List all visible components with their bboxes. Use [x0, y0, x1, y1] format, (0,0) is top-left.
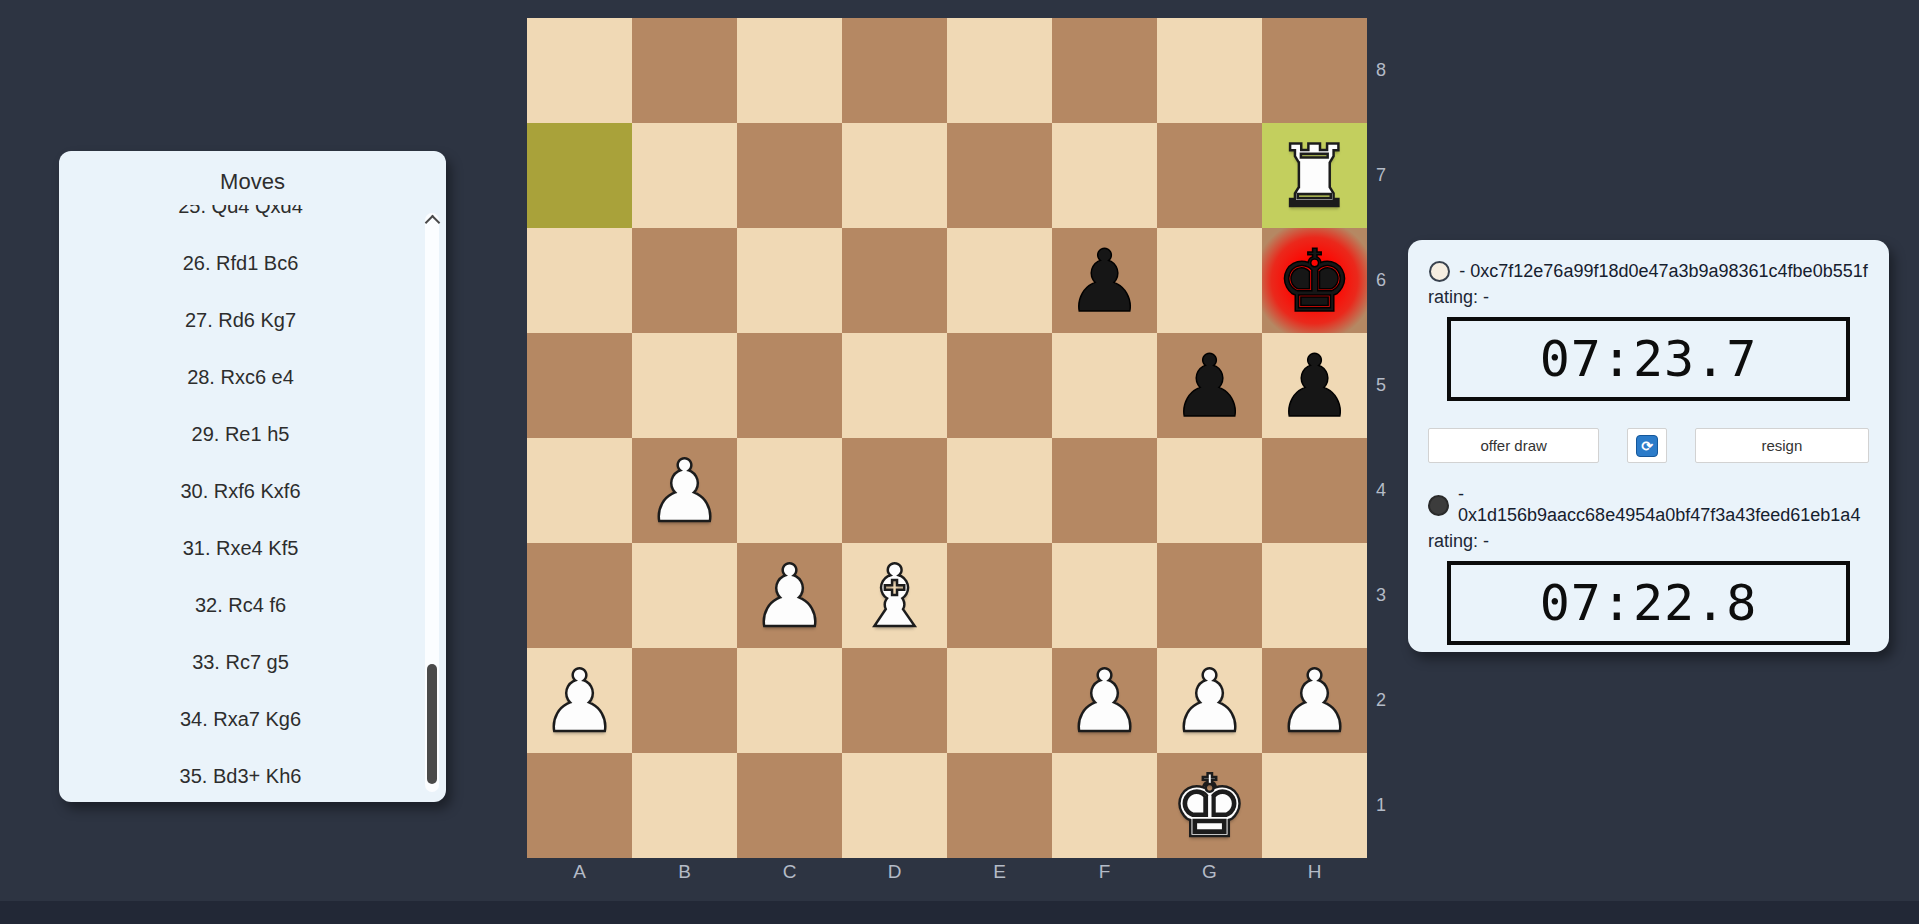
- white-player-row: - 0xc7f12e76a99f18d0e47a3b9a98361c4fbe0b…: [1428, 261, 1869, 282]
- black-player-row: - 0x1d156b9aacc68e4954a0bf47f3a43feed61e…: [1428, 484, 1869, 526]
- square-d1[interactable]: [842, 753, 947, 858]
- white-pawn[interactable]: ♟: [646, 448, 723, 534]
- square-b2[interactable]: [632, 648, 737, 753]
- square-g8[interactable]: [1157, 18, 1262, 123]
- square-g1[interactable]: ♚: [1157, 753, 1262, 858]
- square-f7[interactable]: [1052, 123, 1157, 228]
- move-row[interactable]: 26. Rfd1 Bc6: [67, 235, 414, 292]
- square-c3[interactable]: ♟: [737, 543, 842, 648]
- white-pawn[interactable]: ♟: [1171, 658, 1248, 744]
- white-pawn[interactable]: ♟: [751, 553, 828, 639]
- square-e8[interactable]: [947, 18, 1052, 123]
- square-f4[interactable]: [1052, 438, 1157, 543]
- file-label-d: D: [842, 858, 947, 886]
- white-king[interactable]: ♚: [1171, 763, 1248, 849]
- square-f1[interactable]: [1052, 753, 1157, 858]
- moves-panel: Moves 25. Qd4 Qxd426. Rfd1 Bc627. Rd6 Kg…: [59, 151, 446, 802]
- rank-label-8: 8: [1372, 18, 1398, 123]
- file-label-c: C: [737, 858, 842, 886]
- game-panel: - 0xc7f12e76a99f18d0e47a3b9a98361c4fbe0b…: [1408, 240, 1889, 652]
- square-a7[interactable]: [527, 123, 632, 228]
- window-bottom-edge: [0, 901, 1919, 924]
- white-pawn[interactable]: ♟: [541, 658, 618, 744]
- square-b5[interactable]: [632, 333, 737, 438]
- square-b8[interactable]: [632, 18, 737, 123]
- square-c1[interactable]: [737, 753, 842, 858]
- moves-panel-title: Moves: [59, 151, 446, 195]
- square-g3[interactable]: [1157, 543, 1262, 648]
- rank-label-3: 3: [1372, 543, 1398, 648]
- file-labels: ABCDEFGH: [527, 858, 1367, 886]
- square-a3[interactable]: [527, 543, 632, 648]
- square-d3[interactable]: ♝: [842, 543, 947, 648]
- move-row[interactable]: 34. Rxa7 Kg6: [67, 691, 414, 748]
- square-f6[interactable]: ♟: [1052, 228, 1157, 333]
- white-player-address: - 0xc7f12e76a99f18d0e47a3b9a98361c4fbe0b…: [1459, 261, 1867, 282]
- sync-icon: ⟳: [1636, 435, 1658, 457]
- square-e3[interactable]: [947, 543, 1052, 648]
- rank-label-4: 4: [1372, 438, 1398, 543]
- white-clock: 07:23.7: [1447, 317, 1850, 401]
- file-label-b: B: [632, 858, 737, 886]
- square-h6[interactable]: ♚: [1262, 228, 1367, 333]
- square-a6[interactable]: [527, 228, 632, 333]
- square-e5[interactable]: [947, 333, 1052, 438]
- scrollbar-thumb[interactable]: [427, 664, 437, 784]
- square-h1[interactable]: [1262, 753, 1367, 858]
- square-d8[interactable]: [842, 18, 947, 123]
- square-a2[interactable]: ♟: [527, 648, 632, 753]
- square-b1[interactable]: [632, 753, 737, 858]
- rank-label-7: 7: [1372, 123, 1398, 228]
- black-player-rating: rating: -: [1428, 531, 1869, 552]
- white-pawn[interactable]: ♟: [1066, 658, 1143, 744]
- square-d4[interactable]: [842, 438, 947, 543]
- game-controls: offer draw ⟳ resign: [1428, 428, 1869, 463]
- square-a5[interactable]: [527, 333, 632, 438]
- square-b6[interactable]: [632, 228, 737, 333]
- moves-list[interactable]: 25. Qd4 Qxd426. Rfd1 Bc627. Rd6 Kg728. R…: [67, 205, 414, 796]
- black-king[interactable]: ♚: [1276, 238, 1353, 324]
- square-c6[interactable]: [737, 228, 842, 333]
- square-g5[interactable]: ♟: [1157, 333, 1262, 438]
- square-g2[interactable]: ♟: [1157, 648, 1262, 753]
- square-h7[interactable]: ♜: [1262, 123, 1367, 228]
- black-pawn[interactable]: ♟: [1276, 343, 1353, 429]
- square-e4[interactable]: [947, 438, 1052, 543]
- white-rook[interactable]: ♜: [1276, 133, 1353, 219]
- square-f2[interactable]: ♟: [1052, 648, 1157, 753]
- square-a8[interactable]: [527, 18, 632, 123]
- move-row[interactable]: 32. Rc4 f6: [67, 577, 414, 634]
- flip-board-button[interactable]: ⟳: [1627, 428, 1666, 463]
- rank-label-5: 5: [1372, 333, 1398, 438]
- square-d5[interactable]: [842, 333, 947, 438]
- move-row-partial[interactable]: 25. Qd4 Qxd4: [67, 205, 414, 235]
- square-d7[interactable]: [842, 123, 947, 228]
- move-row[interactable]: 33. Rc7 g5: [67, 634, 414, 691]
- moves-scrollbar[interactable]: [425, 213, 439, 792]
- scroll-up-icon[interactable]: [425, 215, 441, 231]
- square-d2[interactable]: [842, 648, 947, 753]
- square-h5[interactable]: ♟: [1262, 333, 1367, 438]
- square-h8[interactable]: [1262, 18, 1367, 123]
- move-row[interactable]: 35. Bd3+ Kh6: [67, 748, 414, 796]
- square-g6[interactable]: [1157, 228, 1262, 333]
- square-a1[interactable]: [527, 753, 632, 858]
- black-pawn[interactable]: ♟: [1066, 238, 1143, 324]
- file-label-e: E: [947, 858, 1052, 886]
- square-h2[interactable]: ♟: [1262, 648, 1367, 753]
- white-pawn[interactable]: ♟: [1276, 658, 1353, 744]
- move-row[interactable]: 31. Rxe4 Kf5: [67, 520, 414, 577]
- black-clock: 07:22.8: [1447, 561, 1850, 645]
- square-f3[interactable]: [1052, 543, 1157, 648]
- square-e7[interactable]: [947, 123, 1052, 228]
- file-label-g: G: [1157, 858, 1262, 886]
- file-label-a: A: [527, 858, 632, 886]
- chess-board: ♜♟♚♟♟♟♟♝♟♟♟♟♚: [527, 18, 1367, 858]
- square-f8[interactable]: [1052, 18, 1157, 123]
- square-g4[interactable]: [1157, 438, 1262, 543]
- square-b7[interactable]: [632, 123, 737, 228]
- square-e2[interactable]: [947, 648, 1052, 753]
- move-row[interactable]: 27. Rd6 Kg7: [67, 292, 414, 349]
- move-row[interactable]: 30. Rxf6 Kxf6: [67, 463, 414, 520]
- square-c2[interactable]: [737, 648, 842, 753]
- square-c5[interactable]: [737, 333, 842, 438]
- black-pawn[interactable]: ♟: [1171, 343, 1248, 429]
- black-player-icon: [1428, 495, 1449, 516]
- rank-label-6: 6: [1372, 228, 1398, 333]
- white-player-rating: rating: -: [1428, 287, 1869, 308]
- square-e6[interactable]: [947, 228, 1052, 333]
- square-e1[interactable]: [947, 753, 1052, 858]
- square-b3[interactable]: [632, 543, 737, 648]
- square-f5[interactable]: [1052, 333, 1157, 438]
- square-g7[interactable]: [1157, 123, 1262, 228]
- square-h3[interactable]: [1262, 543, 1367, 648]
- square-a4[interactable]: [527, 438, 632, 543]
- square-c8[interactable]: [737, 18, 842, 123]
- square-b4[interactable]: ♟: [632, 438, 737, 543]
- square-c4[interactable]: [737, 438, 842, 543]
- move-row[interactable]: 28. Rxc6 e4: [67, 349, 414, 406]
- white-bishop[interactable]: ♝: [856, 553, 933, 639]
- square-h4[interactable]: [1262, 438, 1367, 543]
- offer-draw-button[interactable]: offer draw: [1428, 428, 1599, 463]
- white-player-icon: [1429, 261, 1450, 282]
- file-label-f: F: [1052, 858, 1157, 886]
- rank-labels: 87654321: [1372, 18, 1398, 858]
- rank-label-2: 2: [1372, 648, 1398, 753]
- resign-button[interactable]: resign: [1695, 428, 1869, 463]
- file-label-h: H: [1262, 858, 1367, 886]
- rank-label-1: 1: [1372, 753, 1398, 858]
- square-d6[interactable]: [842, 228, 947, 333]
- black-player-address: - 0x1d156b9aacc68e4954a0bf47f3a43feed61e…: [1458, 484, 1869, 526]
- move-row[interactable]: 29. Re1 h5: [67, 406, 414, 463]
- square-c7[interactable]: [737, 123, 842, 228]
